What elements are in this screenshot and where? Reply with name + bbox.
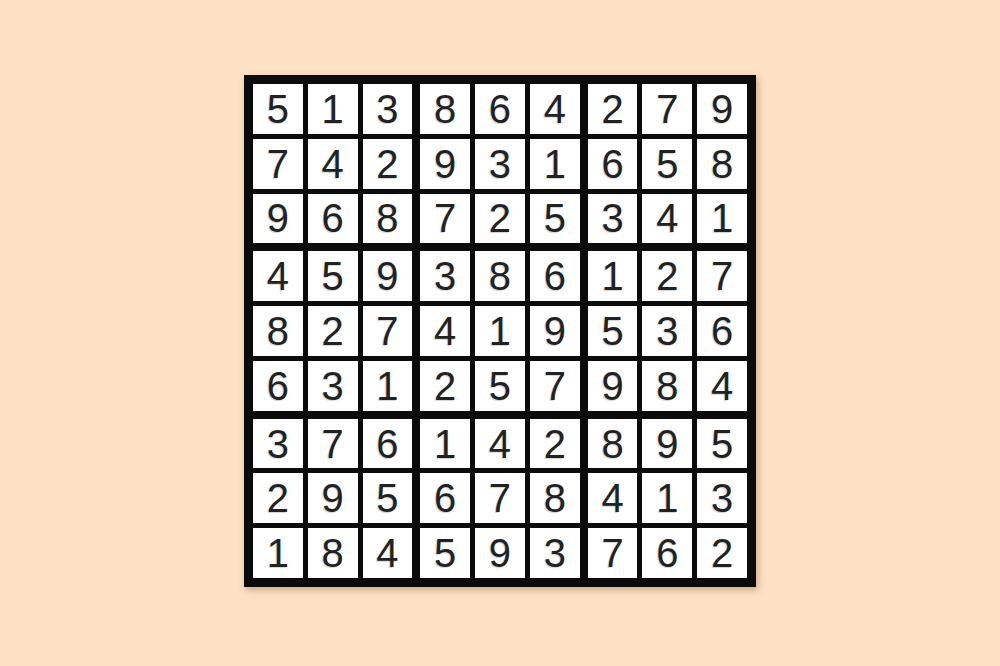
cell-r1c1[interactable]: 5	[253, 84, 303, 134]
cell-r6c4[interactable]: 2	[420, 361, 470, 411]
cell-r3c7[interactable]: 3	[588, 194, 638, 244]
cell-r4c7[interactable]: 1	[588, 251, 638, 301]
cell-r5c8[interactable]: 3	[642, 306, 692, 356]
sudoku-board: 5137429688649317252796583414598276313864…	[244, 75, 756, 587]
cell-r1c7[interactable]: 2	[588, 84, 638, 134]
cell-r8c1[interactable]: 2	[253, 473, 303, 523]
cell-r1c4[interactable]: 8	[420, 84, 470, 134]
cell-r3c3[interactable]: 8	[363, 194, 413, 244]
cell-r2c8[interactable]: 5	[642, 139, 692, 189]
cell-r6c9[interactable]: 4	[697, 361, 747, 411]
cell-r9c1[interactable]: 1	[253, 528, 303, 578]
cell-r3c8[interactable]: 4	[642, 194, 692, 244]
sudoku-box-2: 864931725	[420, 84, 579, 243]
cell-r7c7[interactable]: 8	[588, 419, 638, 469]
cell-r5c2[interactable]: 2	[308, 306, 358, 356]
cell-r5c3[interactable]: 7	[363, 306, 413, 356]
cell-r4c2[interactable]: 5	[308, 251, 358, 301]
sudoku-box-9: 895413762	[588, 419, 747, 578]
cell-r5c1[interactable]: 8	[253, 306, 303, 356]
cell-r8c3[interactable]: 5	[363, 473, 413, 523]
cell-r2c9[interactable]: 8	[697, 139, 747, 189]
cell-r2c4[interactable]: 9	[420, 139, 470, 189]
cell-r4c5[interactable]: 8	[475, 251, 525, 301]
cell-r4c3[interactable]: 9	[363, 251, 413, 301]
cell-r7c6[interactable]: 2	[530, 419, 580, 469]
cell-r9c5[interactable]: 9	[475, 528, 525, 578]
sudoku-box-8: 142678593	[420, 419, 579, 578]
cell-r4c1[interactable]: 4	[253, 251, 303, 301]
cell-r2c6[interactable]: 1	[530, 139, 580, 189]
cell-r2c7[interactable]: 6	[588, 139, 638, 189]
cell-r7c4[interactable]: 1	[420, 419, 470, 469]
cell-r8c7[interactable]: 4	[588, 473, 638, 523]
cell-r5c6[interactable]: 9	[530, 306, 580, 356]
cell-r1c9[interactable]: 9	[697, 84, 747, 134]
cell-r5c5[interactable]: 1	[475, 306, 525, 356]
page-background: 5137429688649317252796583414598276313864…	[0, 0, 1000, 666]
cell-r1c6[interactable]: 4	[530, 84, 580, 134]
cell-r4c6[interactable]: 6	[530, 251, 580, 301]
cell-r6c2[interactable]: 3	[308, 361, 358, 411]
cell-r6c1[interactable]: 6	[253, 361, 303, 411]
sudoku-box-3: 279658341	[588, 84, 747, 243]
cell-r4c8[interactable]: 2	[642, 251, 692, 301]
sudoku-box-1: 513742968	[253, 84, 412, 243]
cell-r4c4[interactable]: 3	[420, 251, 470, 301]
cell-r7c9[interactable]: 5	[697, 419, 747, 469]
sudoku-box-5: 386419257	[420, 251, 579, 410]
cell-r5c9[interactable]: 6	[697, 306, 747, 356]
cell-r2c3[interactable]: 2	[363, 139, 413, 189]
cell-r8c2[interactable]: 9	[308, 473, 358, 523]
sudoku-box-6: 127536984	[588, 251, 747, 410]
cell-r3c1[interactable]: 9	[253, 194, 303, 244]
cell-r1c5[interactable]: 6	[475, 84, 525, 134]
cell-r7c1[interactable]: 3	[253, 419, 303, 469]
cell-r9c8[interactable]: 6	[642, 528, 692, 578]
cell-r3c4[interactable]: 7	[420, 194, 470, 244]
cell-r9c2[interactable]: 8	[308, 528, 358, 578]
cell-r8c9[interactable]: 3	[697, 473, 747, 523]
cell-r7c8[interactable]: 9	[642, 419, 692, 469]
cell-r9c3[interactable]: 4	[363, 528, 413, 578]
cell-r5c7[interactable]: 5	[588, 306, 638, 356]
cell-r5c4[interactable]: 4	[420, 306, 470, 356]
cell-r8c8[interactable]: 1	[642, 473, 692, 523]
cell-r2c5[interactable]: 3	[475, 139, 525, 189]
cell-r1c8[interactable]: 7	[642, 84, 692, 134]
cell-r9c9[interactable]: 2	[697, 528, 747, 578]
cell-r9c4[interactable]: 5	[420, 528, 470, 578]
cell-r8c6[interactable]: 8	[530, 473, 580, 523]
cell-r1c2[interactable]: 1	[308, 84, 358, 134]
cell-r3c9[interactable]: 1	[697, 194, 747, 244]
cell-r3c5[interactable]: 2	[475, 194, 525, 244]
cell-r7c5[interactable]: 4	[475, 419, 525, 469]
sudoku-box-7: 376295184	[253, 419, 412, 578]
cell-r9c6[interactable]: 3	[530, 528, 580, 578]
cell-r7c2[interactable]: 7	[308, 419, 358, 469]
cell-r7c3[interactable]: 6	[363, 419, 413, 469]
cell-r6c5[interactable]: 5	[475, 361, 525, 411]
cell-r8c4[interactable]: 6	[420, 473, 470, 523]
cell-r8c5[interactable]: 7	[475, 473, 525, 523]
cell-r6c7[interactable]: 9	[588, 361, 638, 411]
cell-r3c2[interactable]: 6	[308, 194, 358, 244]
cell-r2c1[interactable]: 7	[253, 139, 303, 189]
cell-r1c3[interactable]: 3	[363, 84, 413, 134]
cell-r3c6[interactable]: 5	[530, 194, 580, 244]
cell-r6c8[interactable]: 8	[642, 361, 692, 411]
cell-r6c6[interactable]: 7	[530, 361, 580, 411]
cell-r6c3[interactable]: 1	[363, 361, 413, 411]
cell-r4c9[interactable]: 7	[697, 251, 747, 301]
sudoku-box-4: 459827631	[253, 251, 412, 410]
cell-r2c2[interactable]: 4	[308, 139, 358, 189]
cell-r9c7[interactable]: 7	[588, 528, 638, 578]
